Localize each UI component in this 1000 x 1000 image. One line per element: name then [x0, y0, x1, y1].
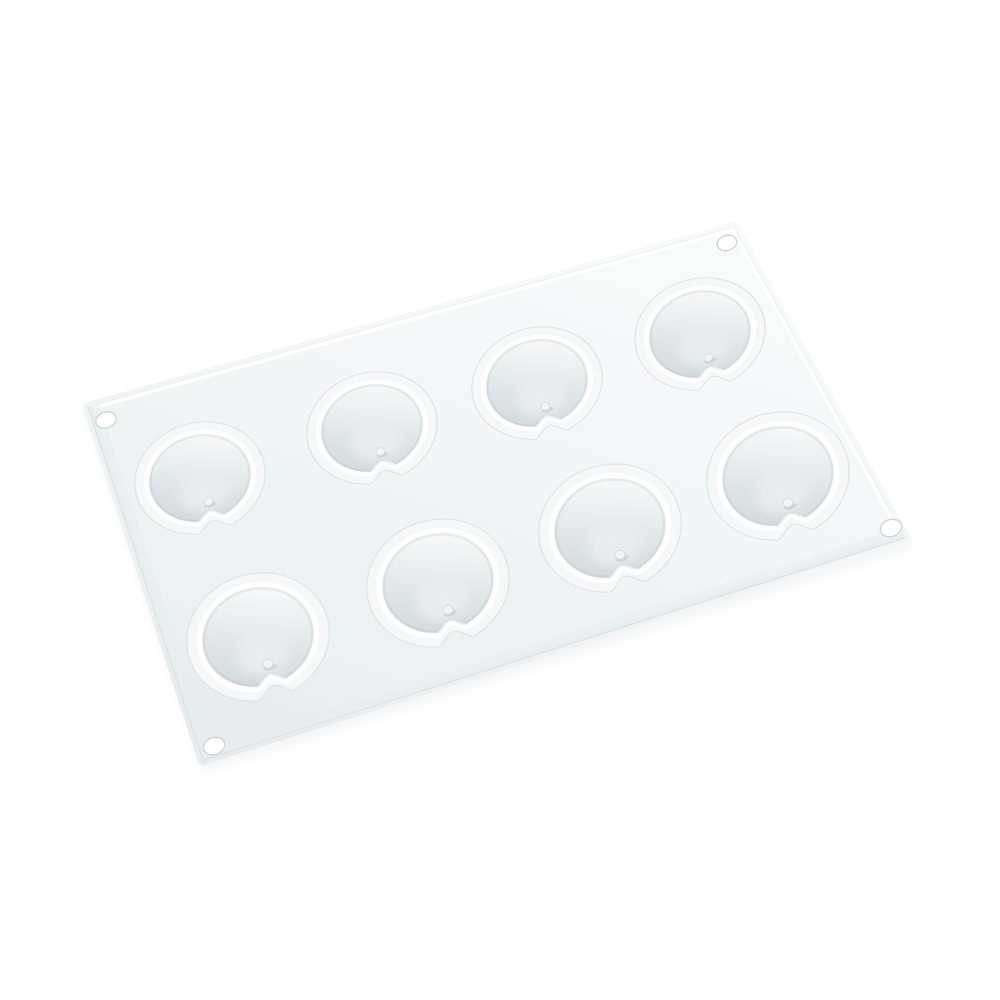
silicone-mold-photo: [0, 0, 1000, 1000]
product-photo-stage: [0, 0, 1000, 1000]
